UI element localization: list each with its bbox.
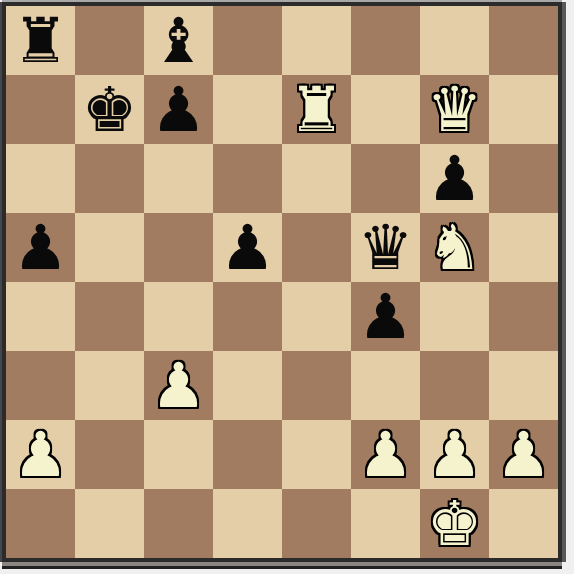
- square-f2[interactable]: ♟: [351, 420, 420, 489]
- piece-black-queen[interactable]: ♛: [358, 213, 414, 282]
- square-g8[interactable]: [420, 6, 489, 75]
- piece-white-king[interactable]: ♚: [427, 489, 483, 558]
- piece-white-rook[interactable]: ♜: [289, 75, 345, 144]
- piece-white-pawn[interactable]: ♟: [427, 420, 483, 489]
- square-c6[interactable]: [144, 144, 213, 213]
- square-a3[interactable]: [6, 351, 75, 420]
- square-e7[interactable]: ♜: [282, 75, 351, 144]
- chess-app-window: ♜♝♚♟♜♛♟♟♟♛♞♟♟♟♟♟♟♚: [0, 0, 574, 574]
- square-b4[interactable]: [75, 282, 144, 351]
- piece-black-rook[interactable]: ♜: [13, 6, 69, 75]
- piece-white-knight[interactable]: ♞: [427, 213, 483, 282]
- square-h8[interactable]: [489, 6, 558, 75]
- square-e1[interactable]: [282, 489, 351, 558]
- square-a7[interactable]: [6, 75, 75, 144]
- square-e4[interactable]: [282, 282, 351, 351]
- square-h3[interactable]: [489, 351, 558, 420]
- square-g2[interactable]: ♟: [420, 420, 489, 489]
- square-h4[interactable]: [489, 282, 558, 351]
- chess-board: ♜♝♚♟♜♛♟♟♟♛♞♟♟♟♟♟♟♚: [6, 6, 558, 558]
- square-d6[interactable]: [213, 144, 282, 213]
- square-f3[interactable]: [351, 351, 420, 420]
- square-a4[interactable]: [6, 282, 75, 351]
- square-c2[interactable]: [144, 420, 213, 489]
- square-a2[interactable]: ♟: [6, 420, 75, 489]
- square-h6[interactable]: [489, 144, 558, 213]
- piece-black-pawn[interactable]: ♟: [151, 75, 207, 144]
- square-d8[interactable]: [213, 6, 282, 75]
- square-g6[interactable]: ♟: [420, 144, 489, 213]
- square-f6[interactable]: [351, 144, 420, 213]
- piece-black-pawn[interactable]: ♟: [13, 213, 69, 282]
- board-frame: ♜♝♚♟♜♛♟♟♟♛♞♟♟♟♟♟♟♚: [2, 2, 562, 562]
- piece-black-pawn[interactable]: ♟: [358, 282, 414, 351]
- square-c4[interactable]: [144, 282, 213, 351]
- square-d2[interactable]: [213, 420, 282, 489]
- square-d3[interactable]: [213, 351, 282, 420]
- square-h1[interactable]: [489, 489, 558, 558]
- square-g3[interactable]: [420, 351, 489, 420]
- square-e6[interactable]: [282, 144, 351, 213]
- square-b1[interactable]: [75, 489, 144, 558]
- square-b8[interactable]: [75, 6, 144, 75]
- square-d5[interactable]: ♟: [213, 213, 282, 282]
- square-g1[interactable]: ♚: [420, 489, 489, 558]
- square-a8[interactable]: ♜: [6, 6, 75, 75]
- square-b3[interactable]: [75, 351, 144, 420]
- square-e5[interactable]: [282, 213, 351, 282]
- square-d4[interactable]: [213, 282, 282, 351]
- square-f8[interactable]: [351, 6, 420, 75]
- square-e3[interactable]: [282, 351, 351, 420]
- piece-black-king[interactable]: ♚: [82, 75, 138, 144]
- square-c8[interactable]: ♝: [144, 6, 213, 75]
- piece-white-queen[interactable]: ♛: [427, 75, 483, 144]
- square-e2[interactable]: [282, 420, 351, 489]
- square-b5[interactable]: [75, 213, 144, 282]
- square-h7[interactable]: [489, 75, 558, 144]
- piece-white-pawn[interactable]: ♟: [13, 420, 69, 489]
- square-b7[interactable]: ♚: [75, 75, 144, 144]
- square-c5[interactable]: [144, 213, 213, 282]
- square-d7[interactable]: [213, 75, 282, 144]
- square-g4[interactable]: [420, 282, 489, 351]
- square-g7[interactable]: ♛: [420, 75, 489, 144]
- square-d1[interactable]: [213, 489, 282, 558]
- square-a6[interactable]: [6, 144, 75, 213]
- square-f1[interactable]: [351, 489, 420, 558]
- square-f5[interactable]: ♛: [351, 213, 420, 282]
- square-c1[interactable]: [144, 489, 213, 558]
- square-c7[interactable]: ♟: [144, 75, 213, 144]
- square-f7[interactable]: [351, 75, 420, 144]
- square-a1[interactable]: [6, 489, 75, 558]
- piece-white-pawn[interactable]: ♟: [151, 351, 207, 420]
- piece-black-bishop[interactable]: ♝: [151, 6, 207, 75]
- piece-black-pawn[interactable]: ♟: [427, 144, 483, 213]
- square-h5[interactable]: [489, 213, 558, 282]
- square-a5[interactable]: ♟: [6, 213, 75, 282]
- square-h2[interactable]: ♟: [489, 420, 558, 489]
- square-b6[interactable]: [75, 144, 144, 213]
- square-e8[interactable]: [282, 6, 351, 75]
- square-f4[interactable]: ♟: [351, 282, 420, 351]
- square-c3[interactable]: ♟: [144, 351, 213, 420]
- piece-white-pawn[interactable]: ♟: [358, 420, 414, 489]
- square-b2[interactable]: [75, 420, 144, 489]
- piece-white-pawn[interactable]: ♟: [496, 420, 552, 489]
- piece-black-pawn[interactable]: ♟: [220, 213, 276, 282]
- square-g5[interactable]: ♞: [420, 213, 489, 282]
